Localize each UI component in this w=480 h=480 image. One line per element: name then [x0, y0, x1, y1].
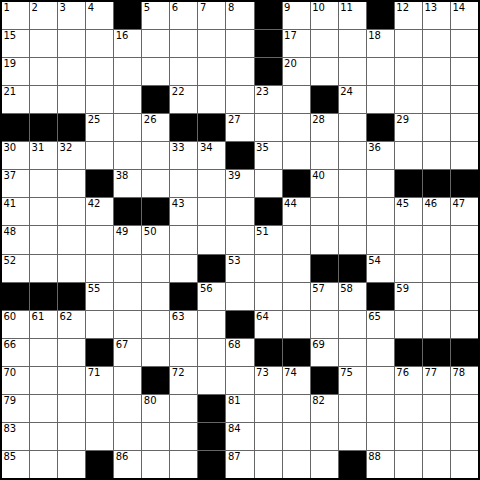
grid-cell[interactable]: [311, 311, 338, 338]
grid-cell[interactable]: 25: [86, 114, 113, 141]
grid-cell[interactable]: [170, 395, 197, 422]
grid-cell[interactable]: 69: [311, 339, 338, 366]
grid-cell[interactable]: [30, 198, 57, 225]
grid-cell[interactable]: [170, 339, 197, 366]
clue-number: 88: [368, 451, 381, 462]
grid-cell[interactable]: 71: [86, 367, 113, 394]
grid-cell[interactable]: 21: [2, 86, 29, 113]
clue-number: 11: [340, 2, 353, 13]
clue-number: 76: [396, 367, 409, 378]
grid-cell[interactable]: 16: [114, 30, 141, 57]
grid-cell[interactable]: 63: [170, 311, 197, 338]
grid-cell[interactable]: [255, 395, 282, 422]
grid-cell[interactable]: [255, 451, 282, 478]
clue-number: 2: [32, 2, 38, 13]
grid-cell[interactable]: 67: [114, 339, 141, 366]
grid-cell[interactable]: [255, 423, 282, 450]
grid-cell[interactable]: [395, 30, 422, 57]
grid-cell[interactable]: [423, 30, 450, 57]
grid-cell[interactable]: 34: [198, 142, 225, 169]
grid-cell[interactable]: [86, 423, 113, 450]
grid-cell[interactable]: [170, 451, 197, 478]
grid-cell[interactable]: 13: [423, 2, 450, 29]
grid-cell[interactable]: 61: [30, 311, 57, 338]
grid-cell[interactable]: [283, 451, 310, 478]
clue-number: 40: [312, 170, 325, 181]
grid-cell[interactable]: 52: [2, 255, 29, 282]
grid-cell[interactable]: 57: [311, 283, 338, 310]
grid-cell[interactable]: [283, 226, 310, 253]
grid-cell[interactable]: 62: [58, 311, 85, 338]
grid-cell[interactable]: [142, 30, 169, 57]
grid-cell[interactable]: 56: [198, 283, 225, 310]
grid-cell[interactable]: 65: [367, 311, 394, 338]
grid-cell[interactable]: [226, 198, 253, 225]
grid-cell[interactable]: [198, 170, 225, 197]
grid-cell[interactable]: [395, 86, 422, 113]
grid-cell[interactable]: [339, 395, 366, 422]
grid-cell[interactable]: [198, 58, 225, 85]
black-cell: [311, 86, 338, 113]
grid-cell[interactable]: [86, 311, 113, 338]
clue-number: 27: [228, 114, 241, 125]
grid-cell[interactable]: 36: [367, 142, 394, 169]
grid-cell[interactable]: [170, 255, 197, 282]
clue-number: 4: [88, 2, 94, 13]
clue-number: 74: [284, 367, 297, 378]
grid-cell[interactable]: 76: [395, 367, 422, 394]
grid-cell[interactable]: [226, 30, 253, 57]
grid-cell[interactable]: [198, 198, 225, 225]
grid-cell[interactable]: [30, 423, 57, 450]
grid-cell[interactable]: [198, 30, 225, 57]
black-cell: [255, 58, 282, 85]
grid-cell[interactable]: 38: [114, 170, 141, 197]
grid-cell[interactable]: [339, 170, 366, 197]
grid-cell[interactable]: [367, 339, 394, 366]
grid-cell[interactable]: [255, 114, 282, 141]
grid-cell[interactable]: 68: [226, 339, 253, 366]
grid-cell[interactable]: [367, 58, 394, 85]
grid-cell[interactable]: 15: [2, 30, 29, 57]
clue-number: 34: [200, 142, 213, 153]
clue-number: 65: [368, 311, 381, 322]
black-cell: [451, 170, 478, 197]
grid-cell[interactable]: 88: [367, 451, 394, 478]
clue-number: 51: [256, 226, 269, 237]
clue-number: 83: [4, 423, 17, 434]
grid-cell[interactable]: 27: [226, 114, 253, 141]
grid-cell[interactable]: [423, 255, 450, 282]
grid-cell[interactable]: 45: [395, 198, 422, 225]
grid-cell[interactable]: [451, 226, 478, 253]
grid-cell[interactable]: [451, 30, 478, 57]
grid-cell[interactable]: [30, 339, 57, 366]
grid-cell[interactable]: [198, 339, 225, 366]
black-cell: [198, 255, 225, 282]
grid-cell[interactable]: 17: [283, 30, 310, 57]
grid-cell[interactable]: [86, 255, 113, 282]
grid-cell[interactable]: [170, 30, 197, 57]
grid-cell[interactable]: [58, 451, 85, 478]
grid-cell[interactable]: 20: [283, 58, 310, 85]
grid-cell[interactable]: [170, 58, 197, 85]
grid-cell[interactable]: 66: [2, 339, 29, 366]
clue-number: 62: [60, 311, 73, 322]
grid-cell[interactable]: 53: [226, 255, 253, 282]
grid-cell[interactable]: [339, 226, 366, 253]
black-cell: [423, 339, 450, 366]
grid-cell[interactable]: 29: [395, 114, 422, 141]
clue-number: 7: [200, 2, 206, 13]
grid-cell[interactable]: [226, 86, 253, 113]
grid-cell[interactable]: [30, 170, 57, 197]
grid-cell[interactable]: [30, 367, 57, 394]
clue-number: 8: [228, 2, 234, 13]
grid-cell[interactable]: [142, 170, 169, 197]
grid-cell[interactable]: [58, 170, 85, 197]
black-cell: [339, 255, 366, 282]
grid-cell[interactable]: 41: [2, 198, 29, 225]
grid-cell[interactable]: [58, 226, 85, 253]
black-cell: [198, 423, 225, 450]
grid-cell[interactable]: [86, 226, 113, 253]
grid-cell[interactable]: [451, 451, 478, 478]
clue-number: 85: [4, 451, 17, 462]
grid-cell[interactable]: 24: [339, 86, 366, 113]
grid-cell[interactable]: 83: [2, 423, 29, 450]
grid-cell[interactable]: 80: [142, 395, 169, 422]
grid-cell[interactable]: 60: [2, 311, 29, 338]
clue-number: 43: [172, 198, 185, 209]
grid-cell[interactable]: [142, 255, 169, 282]
grid-cell[interactable]: [30, 30, 57, 57]
grid-cell[interactable]: [423, 423, 450, 450]
grid-cell[interactable]: 32: [58, 142, 85, 169]
grid-cell[interactable]: [114, 423, 141, 450]
grid-cell[interactable]: [423, 226, 450, 253]
grid-cell[interactable]: [339, 142, 366, 169]
grid-cell[interactable]: 10: [311, 2, 338, 29]
clue-number: 56: [200, 283, 213, 294]
black-cell: [226, 142, 253, 169]
clue-number: 16: [116, 30, 129, 41]
black-cell: [255, 30, 282, 57]
grid-cell[interactable]: [451, 395, 478, 422]
grid-cell[interactable]: [451, 423, 478, 450]
clue-number: 82: [312, 395, 325, 406]
clue-number: 60: [4, 311, 17, 322]
black-cell: [30, 114, 57, 141]
grid-cell[interactable]: 30: [2, 142, 29, 169]
grid-cell[interactable]: [283, 311, 310, 338]
grid-cell[interactable]: [142, 58, 169, 85]
clue-number: 33: [172, 142, 185, 153]
grid-cell[interactable]: [395, 255, 422, 282]
clue-number: 81: [228, 395, 241, 406]
grid-cell[interactable]: [451, 283, 478, 310]
grid-cell[interactable]: [367, 198, 394, 225]
grid-cell[interactable]: [30, 451, 57, 478]
grid-cell[interactable]: [423, 311, 450, 338]
grid-cell[interactable]: [395, 451, 422, 478]
grid-cell[interactable]: [451, 58, 478, 85]
grid-cell[interactable]: [339, 423, 366, 450]
grid-cell[interactable]: [367, 226, 394, 253]
grid-cell[interactable]: 18: [367, 30, 394, 57]
grid-cell[interactable]: 1: [2, 2, 29, 29]
black-cell: [86, 339, 113, 366]
grid-cell[interactable]: 33: [170, 142, 197, 169]
black-cell: [395, 339, 422, 366]
grid-cell[interactable]: 48: [2, 226, 29, 253]
grid-cell[interactable]: 87: [226, 451, 253, 478]
grid-cell[interactable]: [114, 311, 141, 338]
grid-cell[interactable]: 85: [2, 451, 29, 478]
grid-cell[interactable]: 46: [423, 198, 450, 225]
grid-cell[interactable]: 8: [226, 2, 253, 29]
grid-cell[interactable]: 78: [451, 367, 478, 394]
grid-cell[interactable]: 23: [255, 86, 282, 113]
clue-number: 80: [144, 395, 157, 406]
grid-cell[interactable]: [30, 86, 57, 113]
grid-cell[interactable]: 75: [339, 367, 366, 394]
grid-cell[interactable]: [311, 423, 338, 450]
grid-cell[interactable]: [114, 395, 141, 422]
grid-cell[interactable]: [198, 367, 225, 394]
grid-cell[interactable]: [451, 142, 478, 169]
grid-cell[interactable]: [114, 367, 141, 394]
grid-cell[interactable]: [86, 58, 113, 85]
clue-number: 46: [424, 198, 437, 209]
grid-cell[interactable]: [339, 311, 366, 338]
grid-cell[interactable]: [451, 255, 478, 282]
grid-cell[interactable]: [367, 423, 394, 450]
grid-cell[interactable]: [142, 311, 169, 338]
grid-cell[interactable]: 77: [423, 367, 450, 394]
clue-number: 42: [88, 198, 101, 209]
grid-cell[interactable]: 81: [226, 395, 253, 422]
grid-cell[interactable]: 5: [142, 2, 169, 29]
grid-cell[interactable]: [423, 86, 450, 113]
grid-cell[interactable]: 11: [339, 2, 366, 29]
grid-cell[interactable]: [395, 311, 422, 338]
grid-cell[interactable]: [311, 30, 338, 57]
grid-cell[interactable]: [86, 30, 113, 57]
grid-cell[interactable]: [311, 58, 338, 85]
clue-number: 44: [284, 198, 297, 209]
grid-cell[interactable]: 72: [170, 367, 197, 394]
grid-cell[interactable]: [339, 198, 366, 225]
clue-number: 63: [172, 311, 185, 322]
grid-cell[interactable]: 50: [142, 226, 169, 253]
grid-cell[interactable]: [114, 142, 141, 169]
grid-cell[interactable]: 14: [451, 2, 478, 29]
grid-cell[interactable]: 4: [86, 2, 113, 29]
grid-cell[interactable]: 22: [170, 86, 197, 113]
grid-cell[interactable]: [255, 170, 282, 197]
grid-cell[interactable]: [311, 142, 338, 169]
clue-number: 75: [340, 367, 353, 378]
grid-cell[interactable]: 54: [367, 255, 394, 282]
grid-cell[interactable]: 31: [30, 142, 57, 169]
grid-cell[interactable]: 28: [311, 114, 338, 141]
black-cell: [423, 170, 450, 197]
grid-cell[interactable]: [423, 142, 450, 169]
grid-cell[interactable]: [114, 283, 141, 310]
grid-cell[interactable]: [170, 170, 197, 197]
grid-cell[interactable]: [339, 58, 366, 85]
grid-cell[interactable]: [30, 226, 57, 253]
clue-number: 3: [60, 2, 66, 13]
grid-cell[interactable]: [142, 423, 169, 450]
grid-cell[interactable]: 43: [170, 198, 197, 225]
grid-cell[interactable]: [367, 395, 394, 422]
grid-cell[interactable]: 7: [198, 2, 225, 29]
grid-cell[interactable]: [58, 339, 85, 366]
clue-number: 61: [32, 311, 45, 322]
grid-cell[interactable]: [114, 114, 141, 141]
grid-cell[interactable]: [198, 226, 225, 253]
grid-cell[interactable]: [311, 226, 338, 253]
clue-number: 84: [228, 423, 241, 434]
clue-number: 20: [284, 58, 297, 69]
grid-cell[interactable]: 49: [114, 226, 141, 253]
grid-cell[interactable]: 47: [451, 198, 478, 225]
grid-cell[interactable]: [311, 198, 338, 225]
grid-cell[interactable]: 6: [170, 2, 197, 29]
grid-cell[interactable]: [86, 395, 113, 422]
grid-cell[interactable]: [114, 58, 141, 85]
grid-cell[interactable]: [395, 142, 422, 169]
grid-cell[interactable]: [86, 142, 113, 169]
grid-cell[interactable]: [170, 423, 197, 450]
grid-cell[interactable]: [451, 311, 478, 338]
grid-cell[interactable]: [283, 86, 310, 113]
grid-cell[interactable]: [198, 311, 225, 338]
grid-cell[interactable]: [58, 367, 85, 394]
grid-cell[interactable]: 51: [255, 226, 282, 253]
grid-cell[interactable]: [283, 395, 310, 422]
grid-cell[interactable]: 74: [283, 367, 310, 394]
grid-cell[interactable]: [283, 142, 310, 169]
grid-cell[interactable]: [30, 395, 57, 422]
grid-cell[interactable]: [226, 367, 253, 394]
grid-cell[interactable]: [226, 283, 253, 310]
grid-cell[interactable]: [114, 255, 141, 282]
grid-cell[interactable]: [451, 86, 478, 113]
grid-cell[interactable]: 59: [395, 283, 422, 310]
clue-number: 49: [116, 226, 129, 237]
black-cell: [170, 283, 197, 310]
grid-cell[interactable]: [58, 395, 85, 422]
grid-cell[interactable]: [58, 86, 85, 113]
grid-cell[interactable]: [451, 114, 478, 141]
grid-cell[interactable]: 86: [114, 451, 141, 478]
grid-cell[interactable]: 39: [226, 170, 253, 197]
grid-cell[interactable]: 84: [226, 423, 253, 450]
clue-number: 30: [4, 142, 17, 153]
grid-cell[interactable]: [395, 226, 422, 253]
grid-cell[interactable]: 12: [395, 2, 422, 29]
grid-cell[interactable]: 40: [311, 170, 338, 197]
grid-cell[interactable]: [226, 226, 253, 253]
grid-cell[interactable]: [58, 30, 85, 57]
grid-cell[interactable]: 64: [255, 311, 282, 338]
grid-cell[interactable]: 35: [255, 142, 282, 169]
grid-cell[interactable]: [30, 255, 57, 282]
grid-cell[interactable]: 42: [86, 198, 113, 225]
grid-cell[interactable]: [339, 30, 366, 57]
grid-cell[interactable]: 9: [283, 2, 310, 29]
grid-cell[interactable]: 2: [30, 2, 57, 29]
grid-cell[interactable]: [423, 395, 450, 422]
black-cell: [198, 114, 225, 141]
grid-cell[interactable]: 73: [255, 367, 282, 394]
grid-cell[interactable]: [170, 226, 197, 253]
grid-cell[interactable]: 3: [58, 2, 85, 29]
grid-cell[interactable]: [58, 255, 85, 282]
grid-cell[interactable]: 19: [2, 58, 29, 85]
grid-cell[interactable]: 82: [311, 395, 338, 422]
grid-cell[interactable]: [367, 170, 394, 197]
grid-cell[interactable]: [58, 58, 85, 85]
clue-number: 35: [256, 142, 269, 153]
grid-cell[interactable]: 58: [339, 283, 366, 310]
grid-cell[interactable]: [395, 58, 422, 85]
grid-cell[interactable]: [283, 114, 310, 141]
grid-cell[interactable]: [423, 114, 450, 141]
grid-cell[interactable]: [86, 86, 113, 113]
grid-cell[interactable]: [423, 283, 450, 310]
grid-cell[interactable]: [255, 283, 282, 310]
grid-cell[interactable]: [423, 451, 450, 478]
grid-cell[interactable]: [283, 423, 310, 450]
black-cell: [339, 451, 366, 478]
grid-cell[interactable]: [311, 451, 338, 478]
grid-cell[interactable]: [142, 339, 169, 366]
grid-cell[interactable]: 79: [2, 395, 29, 422]
grid-cell[interactable]: [283, 255, 310, 282]
grid-cell[interactable]: [255, 255, 282, 282]
grid-cell[interactable]: [367, 367, 394, 394]
grid-cell[interactable]: 37: [2, 170, 29, 197]
grid-cell[interactable]: [283, 283, 310, 310]
grid-cell[interactable]: 70: [2, 367, 29, 394]
grid-cell[interactable]: [395, 395, 422, 422]
grid-cell[interactable]: [142, 451, 169, 478]
grid-cell[interactable]: 26: [142, 114, 169, 141]
grid-cell[interactable]: [198, 86, 225, 113]
grid-cell[interactable]: [30, 58, 57, 85]
grid-cell[interactable]: [226, 58, 253, 85]
grid-cell[interactable]: [423, 58, 450, 85]
grid-cell[interactable]: [58, 423, 85, 450]
grid-cell[interactable]: [114, 86, 141, 113]
grid-cell[interactable]: 44: [283, 198, 310, 225]
grid-cell[interactable]: [142, 283, 169, 310]
grid-cell[interactable]: 55: [86, 283, 113, 310]
grid-cell[interactable]: [58, 198, 85, 225]
black-cell: [395, 170, 422, 197]
grid-cell[interactable]: [142, 142, 169, 169]
clue-number: 22: [172, 86, 185, 97]
grid-cell[interactable]: [395, 423, 422, 450]
grid-cell[interactable]: [367, 86, 394, 113]
black-cell: [255, 198, 282, 225]
grid-cell[interactable]: [339, 339, 366, 366]
grid-cell[interactable]: [339, 114, 366, 141]
